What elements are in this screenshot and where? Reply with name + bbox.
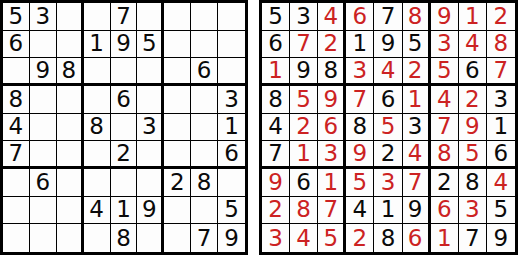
puzzle-cell-r9c4 [84, 224, 111, 252]
solution-cell-r4c6: 1 [403, 86, 431, 114]
solution-cell-r5c7: 7 [431, 114, 459, 142]
solution-cell-r3c6: 2 [403, 58, 431, 86]
puzzle-cell-r2c6: 5 [137, 31, 164, 59]
puzzle-cell-r5c8 [191, 114, 218, 142]
solution-cell-r5c1: 4 [262, 114, 290, 142]
puzzle-cell-r2c1: 6 [3, 31, 30, 59]
solution-cell-r9c3: 5 [318, 224, 346, 252]
solution-cell-r6c6: 4 [403, 141, 431, 169]
puzzle-cell-r4c6 [137, 86, 164, 114]
puzzle-cell-r1c5: 7 [111, 3, 138, 31]
puzzle-cell-r5c5 [111, 114, 138, 142]
solution-cell-r7c5: 3 [374, 169, 402, 197]
solution-cell-r8c2: 8 [290, 197, 318, 225]
puzzle-cell-r7c6 [137, 169, 164, 197]
solution-cell-r2c8: 4 [459, 31, 487, 59]
puzzle-cell-r3c8: 6 [191, 58, 218, 86]
solution-cell-r3c8: 6 [459, 58, 487, 86]
puzzle-cell-r5c6: 3 [137, 114, 164, 142]
puzzle-cell-r6c6 [137, 141, 164, 169]
solution-cell-r6c7: 8 [431, 141, 459, 169]
puzzle-cell-r1c4 [84, 3, 111, 31]
puzzle-cell-r8c2 [30, 197, 57, 225]
puzzle-cell-r4c4 [84, 86, 111, 114]
solution-cell-r7c9: 4 [487, 169, 515, 197]
sudoku-diagram: 537619598686348317266284195879 534678912… [0, 0, 518, 255]
solution-cell-r6c9: 6 [487, 141, 515, 169]
puzzle-cell-r5c9: 1 [218, 114, 245, 142]
solution-cell-r2c4: 1 [346, 31, 374, 59]
solution-cell-r5c6: 3 [403, 114, 431, 142]
solution-cell-r3c3: 8 [318, 58, 346, 86]
solution-cell-r5c4: 8 [346, 114, 374, 142]
puzzle-cell-r4c3 [57, 86, 84, 114]
solution-cell-r7c1: 9 [262, 169, 290, 197]
solution-cell-r6c3: 3 [318, 141, 346, 169]
solution-cell-r4c7: 4 [431, 86, 459, 114]
puzzle-cell-r9c8: 7 [191, 224, 218, 252]
puzzle-cell-r7c9 [218, 169, 245, 197]
puzzle-cell-r3c2: 9 [30, 58, 57, 86]
solution-cell-r6c8: 5 [459, 141, 487, 169]
solution-cell-r9c2: 4 [290, 224, 318, 252]
puzzle-cell-r1c8 [191, 3, 218, 31]
solution-cell-r5c2: 2 [290, 114, 318, 142]
puzzle-cell-r7c7: 2 [164, 169, 191, 197]
solution-cell-r8c4: 4 [346, 197, 374, 225]
puzzle-cell-r2c5: 9 [111, 31, 138, 59]
puzzle-cell-r1c6 [137, 3, 164, 31]
puzzle-cell-r8c5: 1 [111, 197, 138, 225]
puzzle-cell-r5c2 [30, 114, 57, 142]
solution-cell-r4c8: 2 [459, 86, 487, 114]
solution-cell-r4c2: 5 [290, 86, 318, 114]
puzzle-cell-r9c7 [164, 224, 191, 252]
puzzle-cell-r5c1: 4 [3, 114, 30, 142]
solution-cell-r1c4: 6 [346, 3, 374, 31]
solution-cell-r3c2: 9 [290, 58, 318, 86]
solution-cell-r4c9: 3 [487, 86, 515, 114]
solution-cell-r2c7: 3 [431, 31, 459, 59]
puzzle-cell-r3c5 [111, 58, 138, 86]
puzzle-cell-r2c4: 1 [84, 31, 111, 59]
puzzle-cell-r6c8 [191, 141, 218, 169]
puzzle-cell-r4c1: 8 [3, 86, 30, 114]
solution-cell-r8c6: 9 [403, 197, 431, 225]
puzzle-cell-r6c1: 7 [3, 141, 30, 169]
solution-cell-r3c4: 3 [346, 58, 374, 86]
solution-cell-r1c9: 2 [487, 3, 515, 31]
solution-cell-r9c6: 6 [403, 224, 431, 252]
puzzle-cell-r7c4 [84, 169, 111, 197]
puzzle-cell-r3c7 [164, 58, 191, 86]
puzzle-cell-r2c7 [164, 31, 191, 59]
puzzle-cell-r2c2 [30, 31, 57, 59]
puzzle-cell-r4c8 [191, 86, 218, 114]
solution-cell-r7c2: 6 [290, 169, 318, 197]
solution-cell-r8c1: 2 [262, 197, 290, 225]
puzzle-cell-r9c9: 9 [218, 224, 245, 252]
puzzle-cell-r3c3: 8 [57, 58, 84, 86]
puzzle-cell-r9c2 [30, 224, 57, 252]
solution-cell-r9c8: 7 [459, 224, 487, 252]
solution-cell-r7c8: 8 [459, 169, 487, 197]
puzzle-cell-r5c3 [57, 114, 84, 142]
puzzle-cell-r7c2: 6 [30, 169, 57, 197]
puzzle-cell-r6c2 [30, 141, 57, 169]
solution-cell-r6c2: 1 [290, 141, 318, 169]
puzzle-cell-r9c5: 8 [111, 224, 138, 252]
solution-cell-r2c5: 9 [374, 31, 402, 59]
puzzle-cell-r4c9: 3 [218, 86, 245, 114]
puzzle-cell-r9c3 [57, 224, 84, 252]
puzzle-cell-r7c5 [111, 169, 138, 197]
puzzle-cell-r8c4: 4 [84, 197, 111, 225]
puzzle-cell-r1c7 [164, 3, 191, 31]
solution-cell-r9c4: 2 [346, 224, 374, 252]
solution-cell-r1c3: 4 [318, 3, 346, 31]
puzzle-cell-r9c6 [137, 224, 164, 252]
solution-cell-r2c9: 8 [487, 31, 515, 59]
solution-cell-r2c3: 2 [318, 31, 346, 59]
solution-cell-r3c5: 4 [374, 58, 402, 86]
puzzle-cell-r6c9: 6 [218, 141, 245, 169]
puzzle-cell-r1c3 [57, 3, 84, 31]
puzzle-cell-r8c1 [3, 197, 30, 225]
solution-cell-r5c5: 5 [374, 114, 402, 142]
solution-cell-r7c7: 2 [431, 169, 459, 197]
sudoku-puzzle-board: 537619598686348317266284195879 [0, 0, 248, 255]
puzzle-cell-r5c7 [164, 114, 191, 142]
solution-cell-r2c1: 6 [262, 31, 290, 59]
solution-cell-r4c4: 7 [346, 86, 374, 114]
solution-cell-r1c2: 3 [290, 3, 318, 31]
solution-cell-r4c1: 8 [262, 86, 290, 114]
puzzle-cell-r2c8 [191, 31, 218, 59]
puzzle-cell-r6c3 [57, 141, 84, 169]
puzzle-cell-r6c7 [164, 141, 191, 169]
puzzle-cell-r8c7 [164, 197, 191, 225]
solution-cell-r8c8: 3 [459, 197, 487, 225]
puzzle-cell-r8c8 [191, 197, 218, 225]
solution-cell-r6c4: 9 [346, 141, 374, 169]
solution-cell-r2c6: 5 [403, 31, 431, 59]
solution-cell-r3c1: 1 [262, 58, 290, 86]
solution-cell-r9c9: 9 [487, 224, 515, 252]
solution-cell-r2c2: 7 [290, 31, 318, 59]
puzzle-cell-r3c9 [218, 58, 245, 86]
puzzle-cell-r8c6: 9 [137, 197, 164, 225]
solution-cell-r1c1: 5 [262, 3, 290, 31]
solution-cell-r4c3: 9 [318, 86, 346, 114]
solution-cell-r5c9: 1 [487, 114, 515, 142]
puzzle-cell-r5c4: 8 [84, 114, 111, 142]
solution-cell-r7c4: 5 [346, 169, 374, 197]
puzzle-cell-r8c9: 5 [218, 197, 245, 225]
solution-cell-r8c3: 7 [318, 197, 346, 225]
puzzle-cell-r6c5: 2 [111, 141, 138, 169]
puzzle-cell-r1c2: 3 [30, 3, 57, 31]
puzzle-cell-r9c1 [3, 224, 30, 252]
solution-cell-r1c8: 1 [459, 3, 487, 31]
solution-cell-r8c9: 5 [487, 197, 515, 225]
solution-cell-r9c7: 1 [431, 224, 459, 252]
puzzle-cell-r7c8: 8 [191, 169, 218, 197]
puzzle-cell-r2c9 [218, 31, 245, 59]
puzzle-cell-r4c2 [30, 86, 57, 114]
solution-cell-r1c5: 7 [374, 3, 402, 31]
solution-cell-r1c7: 9 [431, 3, 459, 31]
puzzle-cell-r1c9 [218, 3, 245, 31]
sudoku-solution-board: 5346789126721953481983425678597614234268… [259, 0, 518, 255]
puzzle-cell-r3c6 [137, 58, 164, 86]
puzzle-cell-r8c3 [57, 197, 84, 225]
puzzle-cell-r1c1: 5 [3, 3, 30, 31]
solution-cell-r1c6: 8 [403, 3, 431, 31]
puzzle-cell-r7c3 [57, 169, 84, 197]
puzzle-cell-r3c1 [3, 58, 30, 86]
solution-cell-r9c5: 8 [374, 224, 402, 252]
puzzle-cell-r6c4 [84, 141, 111, 169]
puzzle-cell-r4c5: 6 [111, 86, 138, 114]
solution-cell-r6c1: 7 [262, 141, 290, 169]
solution-cell-r8c7: 6 [431, 197, 459, 225]
solution-cell-r3c9: 7 [487, 58, 515, 86]
puzzle-cell-r2c3 [57, 31, 84, 59]
solution-cell-r8c5: 1 [374, 197, 402, 225]
solution-cell-r3c7: 5 [431, 58, 459, 86]
solution-cell-r5c3: 6 [318, 114, 346, 142]
puzzle-cell-r7c1 [3, 169, 30, 197]
solution-cell-r7c6: 7 [403, 169, 431, 197]
solution-cell-r6c5: 2 [374, 141, 402, 169]
solution-cell-r9c1: 3 [262, 224, 290, 252]
solution-cell-r4c5: 6 [374, 86, 402, 114]
solution-cell-r5c8: 9 [459, 114, 487, 142]
solution-cell-r7c3: 1 [318, 169, 346, 197]
puzzle-cell-r3c4 [84, 58, 111, 86]
puzzle-cell-r4c7 [164, 86, 191, 114]
